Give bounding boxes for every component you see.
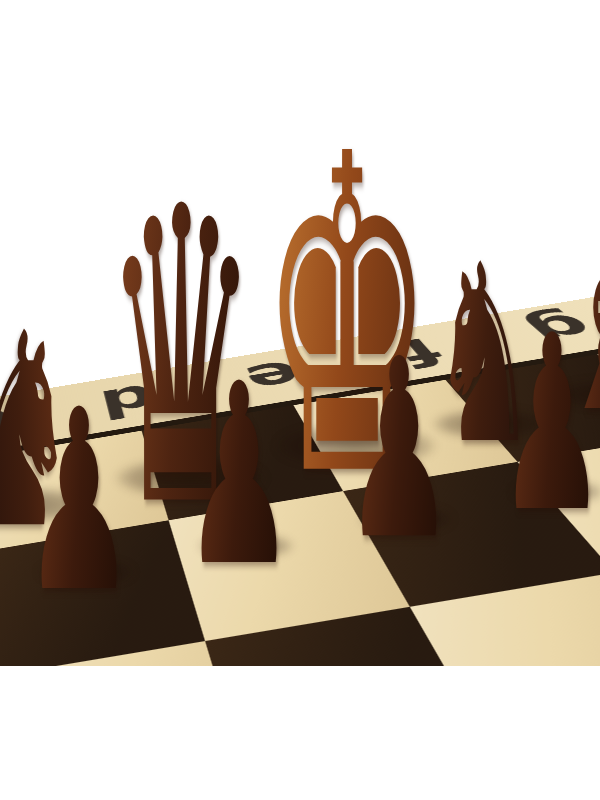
white-margin [0,666,600,800]
piece-pawn-c7: ♟ [23,377,135,627]
piece-pawn-f7: ♟ [498,303,600,545]
piece-pawn-e7: ♟ [344,326,455,573]
piece-pawn-d7: ♟ [183,351,295,601]
chess-set-photo: abcdefgh ♞ ♟ ♛ ♟ ♚ ♟ ♞ ♟ ♝ [0,0,600,666]
